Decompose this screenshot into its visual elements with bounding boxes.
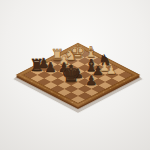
black-king: ♚ — [61, 63, 81, 85]
chessboard-photo-scene: abcdefgh 87654321 ♝♞♚♟♟♞♝♟♜♟♟♟♟♟♟♚♜ — [0, 0, 150, 150]
pieces-layer: ♝♞♚♟♟♞♝♟♜♟♟♟♟♟♟♚♜ — [0, 0, 150, 150]
white-pawn: ♟ — [106, 65, 117, 77]
black-pawn: ♟ — [44, 60, 56, 74]
black-pawn: ♟ — [85, 74, 97, 87]
black-rook: ♜ — [29, 57, 44, 74]
